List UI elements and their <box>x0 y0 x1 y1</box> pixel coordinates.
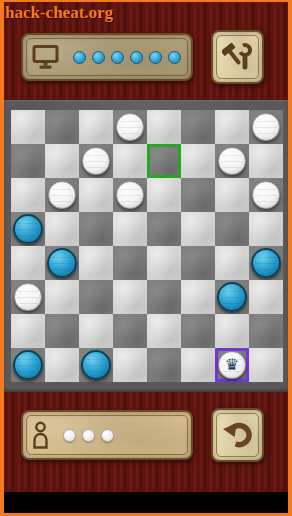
board-square-r1c6[interactable] <box>215 144 249 178</box>
blue-piece[interactable] <box>81 350 111 380</box>
board-square-r7c6[interactable]: ♛ <box>215 348 249 382</box>
white-piece[interactable] <box>14 283 42 311</box>
board-grid: ♛ <box>11 110 283 382</box>
board-square-r5c4[interactable] <box>147 280 181 314</box>
white-piece[interactable] <box>252 113 280 141</box>
board-square-r2c6[interactable] <box>215 178 249 212</box>
board-square-r6c3[interactable] <box>113 314 147 348</box>
board-square-r7c0[interactable] <box>11 348 45 382</box>
undo-icon <box>221 419 255 451</box>
board-square-r3c4[interactable] <box>147 212 181 246</box>
blue-capture-dot <box>149 51 162 64</box>
board-square-r1c3[interactable] <box>113 144 147 178</box>
board-square-r4c6[interactable] <box>215 246 249 280</box>
blue-capture-dot <box>73 51 86 64</box>
board-square-r0c7[interactable] <box>249 110 283 144</box>
board-square-r6c0[interactable] <box>11 314 45 348</box>
board-square-r6c1[interactable] <box>45 314 79 348</box>
board-square-r4c4[interactable] <box>147 246 181 280</box>
player-capture-tray <box>21 410 193 460</box>
board-square-r5c6[interactable] <box>215 280 249 314</box>
blue-capture-dot <box>92 51 105 64</box>
watermark-text: hack-cheat.org <box>5 3 113 23</box>
board-square-r3c0[interactable] <box>11 212 45 246</box>
board-square-r4c2[interactable] <box>79 246 113 280</box>
board-square-r4c0[interactable] <box>11 246 45 280</box>
white-capture-dot <box>101 429 114 442</box>
blue-piece[interactable] <box>47 248 77 278</box>
board-square-r1c5[interactable] <box>181 144 215 178</box>
board-square-r7c3[interactable] <box>113 348 147 382</box>
tools-icon <box>222 41 254 73</box>
white-capture-dot <box>82 429 95 442</box>
board-square-r3c3[interactable] <box>113 212 147 246</box>
bottom-black-bar <box>4 492 288 513</box>
board-square-r2c0[interactable] <box>11 178 45 212</box>
board-square-r6c6[interactable] <box>215 314 249 348</box>
board-square-r0c4[interactable] <box>147 110 181 144</box>
board-square-r4c3[interactable] <box>113 246 147 280</box>
board-square-r2c1[interactable] <box>45 178 79 212</box>
board-square-r3c2[interactable] <box>79 212 113 246</box>
king-crown-icon: ♛ <box>225 357 239 373</box>
blue-capture-dot <box>130 51 143 64</box>
white-piece[interactable] <box>116 113 144 141</box>
captured-white-dots <box>63 429 114 442</box>
board-square-r5c0[interactable] <box>11 280 45 314</box>
board-square-r0c3[interactable] <box>113 110 147 144</box>
white-piece[interactable] <box>116 181 144 209</box>
board-square-r2c7[interactable] <box>249 178 283 212</box>
board-square-r7c2[interactable] <box>79 348 113 382</box>
board-square-r2c2[interactable] <box>79 178 113 212</box>
board-square-r0c1[interactable] <box>45 110 79 144</box>
blue-piece[interactable] <box>217 282 247 312</box>
blue-capture-dot <box>111 51 124 64</box>
board-square-r5c2[interactable] <box>79 280 113 314</box>
white-capture-dot <box>63 429 76 442</box>
board-square-r6c2[interactable] <box>79 314 113 348</box>
board-square-r2c5[interactable] <box>181 178 215 212</box>
board-square-r7c7[interactable] <box>249 348 283 382</box>
white-piece[interactable] <box>48 181 76 209</box>
person-icon <box>32 421 49 449</box>
board-square-r3c6[interactable] <box>215 212 249 246</box>
board: ♛ <box>4 100 288 392</box>
monitor-icon <box>32 44 59 70</box>
board-square-r1c1[interactable] <box>45 144 79 178</box>
board-square-r2c3[interactable] <box>113 178 147 212</box>
board-square-r6c4[interactable] <box>147 314 181 348</box>
undo-button[interactable] <box>211 408 264 462</box>
board-square-r5c7[interactable] <box>249 280 283 314</box>
computer-capture-tray <box>21 33 193 81</box>
white-piece[interactable] <box>218 147 246 175</box>
blue-piece[interactable] <box>251 248 281 278</box>
board-square-r3c1[interactable] <box>45 212 79 246</box>
board-square-r5c5[interactable] <box>181 280 215 314</box>
checkers-app: hack-cheat.org <box>0 0 292 516</box>
board-square-r0c5[interactable] <box>181 110 215 144</box>
white-piece[interactable] <box>82 147 110 175</box>
board-square-r5c3[interactable] <box>113 280 147 314</box>
board-square-r1c4[interactable] <box>147 144 181 178</box>
settings-button[interactable] <box>211 30 264 84</box>
board-square-r4c7[interactable] <box>249 246 283 280</box>
board-square-r6c7[interactable] <box>249 314 283 348</box>
board-square-r0c0[interactable] <box>11 110 45 144</box>
white-piece[interactable] <box>252 181 280 209</box>
blue-piece[interactable] <box>13 350 43 380</box>
board-square-r1c2[interactable] <box>79 144 113 178</box>
board-square-r7c1[interactable] <box>45 348 79 382</box>
board-square-r0c2[interactable] <box>79 110 113 144</box>
board-square-r4c1[interactable] <box>45 246 79 280</box>
board-square-r3c7[interactable] <box>249 212 283 246</box>
white-king-piece[interactable]: ♛ <box>218 351 246 379</box>
captured-blue-dots <box>73 51 181 64</box>
board-square-r0c6[interactable] <box>215 110 249 144</box>
board-square-r1c7[interactable] <box>249 144 283 178</box>
board-square-r2c4[interactable] <box>147 178 181 212</box>
board-square-r7c5[interactable] <box>181 348 215 382</box>
board-square-r3c5[interactable] <box>181 212 215 246</box>
board-square-r7c4[interactable] <box>147 348 181 382</box>
blue-piece[interactable] <box>13 214 43 244</box>
blue-capture-dot <box>168 51 181 64</box>
board-square-r5c1[interactable] <box>45 280 79 314</box>
board-square-r4c5[interactable] <box>181 246 215 280</box>
board-square-r1c0[interactable] <box>11 144 45 178</box>
board-square-r6c5[interactable] <box>181 314 215 348</box>
